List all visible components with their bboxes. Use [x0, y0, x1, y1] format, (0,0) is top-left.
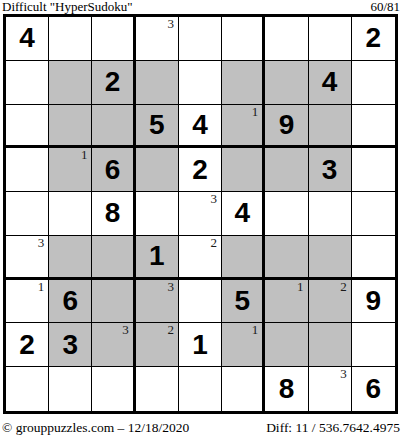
cell-r5c4[interactable] — [136, 192, 179, 236]
pencil-digit: 1 — [252, 105, 259, 119]
given-digit: 6 — [352, 367, 395, 411]
cell-r8c6[interactable]: 1 — [222, 323, 265, 367]
given-digit: 8 — [265, 367, 307, 411]
cell-r3c7[interactable]: 9 — [265, 105, 308, 149]
given-digit: 4 — [222, 192, 262, 235]
cell-r3c8[interactable] — [309, 105, 352, 149]
cell-r5c1[interactable] — [6, 192, 49, 236]
cell-r1c2[interactable] — [49, 17, 92, 61]
cell-r1c4[interactable]: 3 — [136, 17, 179, 61]
given-digit: 5 — [222, 280, 262, 323]
cell-r7c4[interactable]: 3 — [136, 280, 179, 324]
cell-r5c8[interactable] — [309, 192, 352, 236]
cell-r4c1[interactable] — [6, 148, 49, 192]
cell-r2c3[interactable]: 2 — [92, 61, 135, 105]
remaining-counter: 60/81 — [370, 0, 400, 13]
cell-r3c2[interactable] — [49, 105, 92, 149]
cell-r7c1[interactable]: 1 — [6, 280, 49, 324]
footer: © grouppuzzles.com – 12/18/2020 Diff: 11… — [2, 420, 400, 435]
given-digit: 6 — [49, 280, 91, 323]
cell-r2c6[interactable] — [222, 61, 265, 105]
cell-r4c5[interactable]: 2 — [179, 148, 222, 192]
cell-r6c2[interactable] — [49, 236, 92, 280]
cell-r3c9[interactable] — [352, 105, 395, 149]
cell-r8c1[interactable]: 2 — [6, 323, 49, 367]
cell-r1c1[interactable]: 4 — [6, 17, 49, 61]
puzzle-title: Difficult "HyperSudoku" — [2, 0, 133, 13]
pencil-digit: 3 — [38, 236, 45, 250]
cell-r3c5[interactable]: 4 — [179, 105, 222, 149]
cell-r1c9[interactable]: 2 — [352, 17, 395, 61]
cell-r1c3[interactable] — [92, 17, 135, 61]
cell-r8c9[interactable] — [352, 323, 395, 367]
cell-r2c8[interactable]: 4 — [309, 61, 352, 105]
cell-r6c9[interactable] — [352, 236, 395, 280]
cell-r2c1[interactable] — [6, 61, 49, 105]
cell-r5c5[interactable]: 3 — [179, 192, 222, 236]
given-digit: 3 — [49, 323, 91, 366]
cell-r7c5[interactable] — [179, 280, 222, 324]
cell-r4c9[interactable] — [352, 148, 395, 192]
cell-r5c2[interactable] — [49, 192, 92, 236]
pencil-digit: 3 — [167, 280, 174, 294]
given-digit: 2 — [92, 61, 132, 104]
pencil-digit: 1 — [81, 148, 88, 162]
cell-r6c8[interactable] — [309, 236, 352, 280]
footer-copyright: © grouppuzzles.com – 12/18/2020 — [2, 420, 189, 435]
cell-r1c8[interactable] — [309, 17, 352, 61]
cell-r6c7[interactable] — [265, 236, 308, 280]
sudoku-grid: 43224541916238343121635129233211836 — [3, 14, 398, 414]
cell-r2c9[interactable] — [352, 61, 395, 105]
pencil-digit: 3 — [167, 17, 174, 31]
cell-r5c7[interactable] — [265, 192, 308, 236]
given-digit: 1 — [179, 323, 221, 366]
given-digit: 4 — [309, 61, 351, 104]
cell-r4c6[interactable] — [222, 148, 265, 192]
cell-r5c3[interactable]: 8 — [92, 192, 135, 236]
cell-r9c6[interactable] — [222, 367, 265, 411]
cell-r3c6[interactable]: 1 — [222, 105, 265, 149]
pencil-digit: 1 — [297, 280, 304, 294]
cell-r8c8[interactable] — [309, 323, 352, 367]
cell-r5c9[interactable] — [352, 192, 395, 236]
pencil-digit: 2 — [167, 323, 174, 337]
cell-r7c6[interactable]: 5 — [222, 280, 265, 324]
cell-r2c4[interactable] — [136, 61, 179, 105]
cell-r8c2[interactable]: 3 — [49, 323, 92, 367]
given-digit: 5 — [136, 105, 178, 146]
header: Difficult "HyperSudoku" 60/81 — [2, 0, 400, 13]
cell-r6c5[interactable]: 2 — [179, 236, 222, 280]
cell-r2c7[interactable] — [265, 61, 308, 105]
cell-r9c8[interactable]: 3 — [309, 367, 352, 411]
cell-r9c3[interactable] — [92, 367, 135, 411]
cell-r3c1[interactable] — [6, 105, 49, 149]
pencil-digit: 2 — [340, 280, 347, 294]
given-digit: 4 — [6, 17, 48, 60]
cell-r6c4[interactable]: 1 — [136, 236, 179, 280]
cell-r4c3[interactable]: 6 — [92, 148, 135, 192]
given-digit: 1 — [136, 236, 178, 277]
cell-r7c3[interactable] — [92, 280, 135, 324]
page: Difficult "HyperSudoku" 60/81 4322454191… — [0, 0, 402, 437]
cell-r9c1[interactable] — [6, 367, 49, 411]
cell-r7c8[interactable]: 2 — [309, 280, 352, 324]
cell-r5c6[interactable]: 4 — [222, 192, 265, 236]
pencil-digit: 1 — [252, 323, 259, 337]
footer-difficulty: Diff: 11 / 536.7642.4975 — [266, 420, 400, 435]
given-digit: 6 — [92, 148, 132, 191]
cell-r4c7[interactable] — [265, 148, 308, 192]
cell-r1c7[interactable] — [265, 17, 308, 61]
cell-r2c5[interactable] — [179, 61, 222, 105]
cell-r2c2[interactable] — [49, 61, 92, 105]
cell-r4c8[interactable]: 3 — [309, 148, 352, 192]
cell-r7c2[interactable]: 6 — [49, 280, 92, 324]
cell-r9c5[interactable] — [179, 367, 222, 411]
pencil-digit: 2 — [211, 236, 218, 250]
pencil-digit: 3 — [340, 367, 347, 381]
cell-r8c3[interactable]: 3 — [92, 323, 135, 367]
given-digit: 9 — [265, 105, 307, 146]
cell-r9c2[interactable] — [49, 367, 92, 411]
cell-r6c6[interactable] — [222, 236, 265, 280]
cell-r1c6[interactable] — [222, 17, 265, 61]
cell-r6c1[interactable]: 3 — [6, 236, 49, 280]
cell-r8c5[interactable]: 1 — [179, 323, 222, 367]
given-digit: 8 — [92, 192, 132, 235]
pencil-digit: 3 — [122, 323, 129, 337]
cell-r3c4[interactable]: 5 — [136, 105, 179, 149]
cell-r1c5[interactable] — [179, 17, 222, 61]
cell-r6c3[interactable] — [92, 236, 135, 280]
cell-r9c9[interactable]: 6 — [352, 367, 395, 411]
given-digit: 9 — [352, 280, 395, 323]
pencil-digit: 1 — [38, 280, 45, 294]
cell-r7c9[interactable]: 9 — [352, 280, 395, 324]
given-digit: 2 — [352, 17, 395, 60]
given-digit: 2 — [6, 323, 48, 366]
cell-r8c7[interactable] — [265, 323, 308, 367]
cell-r4c2[interactable]: 1 — [49, 148, 92, 192]
pencil-digit: 3 — [211, 192, 218, 206]
cell-r9c7[interactable]: 8 — [265, 367, 308, 411]
given-digit: 2 — [179, 148, 221, 191]
given-digit: 4 — [179, 105, 221, 146]
cell-r7c7[interactable]: 1 — [265, 280, 308, 324]
given-digit: 3 — [309, 148, 351, 191]
cell-r8c4[interactable]: 2 — [136, 323, 179, 367]
cell-r3c3[interactable] — [92, 105, 135, 149]
cell-r9c4[interactable] — [136, 367, 179, 411]
cell-r4c4[interactable] — [136, 148, 179, 192]
